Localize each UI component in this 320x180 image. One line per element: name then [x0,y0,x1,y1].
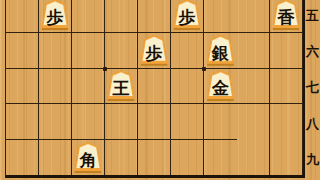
square-6-6[interactable] [105,33,138,68]
square-3-8[interactable] [204,104,237,139]
square-2-5[interactable] [237,0,270,33]
piece-kanji: 角 [80,152,97,173]
square-5-8[interactable] [138,104,171,139]
square-4-8[interactable] [171,104,204,139]
square-6-5[interactable] [105,0,138,33]
piece-kanji: 金 [212,80,229,101]
square-5-6[interactable]: 歩 [138,33,171,68]
square-4-6[interactable] [171,33,204,68]
square-3-6[interactable]: 銀 [204,33,237,68]
square-8-8[interactable] [39,104,72,139]
piece-kanji: 歩 [179,9,196,30]
square-1-5[interactable]: 香 [270,0,303,33]
square-7-8[interactable] [72,104,105,139]
piece-kanji: 銀 [212,45,229,66]
square-2-9[interactable] [237,140,270,175]
square-1-7[interactable] [270,69,303,104]
piece-gold-37[interactable]: 金 [207,70,235,101]
square-7-5[interactable] [72,0,105,33]
piece-pawn-56[interactable]: 歩 [140,35,168,66]
square-5-9[interactable] [138,140,171,175]
square-9-5[interactable] [6,0,39,33]
square-7-9[interactable]: 角 [72,140,105,175]
square-3-5[interactable] [204,0,237,33]
square-1-6[interactable] [270,33,303,68]
rank-labels: 五 六 七 八 九 [305,0,320,178]
square-8-9[interactable] [39,140,72,175]
rank-label-9: 九 [305,142,320,178]
piece-pawn-45[interactable]: 歩 [173,0,201,30]
square-6-7[interactable]: 王 [105,69,138,104]
star-point-right [202,67,206,71]
square-4-7[interactable] [171,69,204,104]
shogi-board: 歩歩香歩銀王金角 [5,0,305,178]
piece-silver-36[interactable]: 銀 [207,35,235,66]
square-9-6[interactable] [6,33,39,68]
square-5-7[interactable] [138,69,171,104]
square-1-8[interactable] [270,104,303,139]
square-7-7[interactable] [72,69,105,104]
square-7-6[interactable] [72,33,105,68]
piece-lance-15[interactable]: 香 [272,0,300,30]
square-6-8[interactable] [105,104,138,139]
square-2-7[interactable] [237,69,270,104]
piece-bishop-79[interactable]: 角 [74,142,102,173]
square-1-9[interactable] [270,140,303,175]
piece-kanji: 王 [113,80,130,101]
square-5-5[interactable] [138,0,171,33]
square-9-8[interactable] [6,104,39,139]
square-4-9[interactable] [171,140,204,175]
shogi-app: 歩歩香歩銀王金角 五 六 七 八 九 [0,0,320,180]
piece-king-67[interactable]: 王 [107,70,135,101]
square-4-5[interactable]: 歩 [171,0,204,33]
rank-label-6: 六 [305,34,320,70]
square-6-9[interactable] [105,140,138,175]
square-8-5[interactable]: 歩 [39,0,72,33]
square-9-9[interactable] [6,140,39,175]
square-8-7[interactable] [39,69,72,104]
square-3-7[interactable]: 金 [204,69,237,104]
rank-label-8: 八 [305,106,320,142]
rank-label-7: 七 [305,70,320,106]
star-point-left [103,67,107,71]
piece-pawn-85[interactable]: 歩 [41,0,69,30]
square-2-6[interactable] [237,33,270,68]
square-2-8[interactable] [237,104,270,139]
piece-kanji: 香 [278,9,295,30]
square-9-7[interactable] [6,69,39,104]
square-3-9[interactable] [204,140,237,175]
piece-kanji: 歩 [146,45,163,66]
square-8-6[interactable] [39,33,72,68]
piece-kanji: 歩 [47,9,64,30]
rank-label-5: 五 [305,0,320,34]
